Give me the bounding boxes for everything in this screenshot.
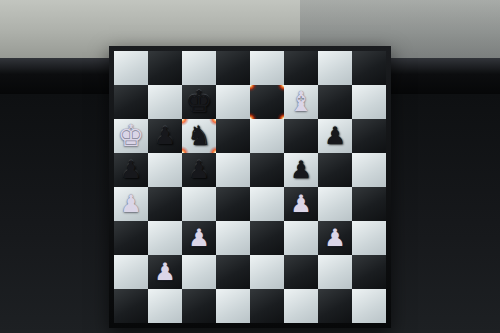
square-h8[interactable] xyxy=(352,51,386,85)
square-e3[interactable] xyxy=(250,221,284,255)
square-a3[interactable] xyxy=(114,221,148,255)
square-h6[interactable] xyxy=(352,119,386,153)
square-f4[interactable]: ♟ xyxy=(284,187,318,221)
square-b6[interactable]: ♟ xyxy=(148,119,182,153)
square-h1[interactable] xyxy=(352,289,386,323)
square-b1[interactable] xyxy=(148,289,182,323)
piece-white-pawn[interactable]: ♟ xyxy=(114,187,148,221)
piece-black-king[interactable]: ♚ xyxy=(182,85,216,119)
square-a7[interactable] xyxy=(114,85,148,119)
square-d6[interactable] xyxy=(216,119,250,153)
square-c4[interactable] xyxy=(182,187,216,221)
square-c5[interactable]: ♟ xyxy=(182,153,216,187)
square-c3[interactable]: ♟ xyxy=(182,221,216,255)
piece-black-pawn[interactable]: ♟ xyxy=(148,119,182,153)
square-a2[interactable] xyxy=(114,255,148,289)
square-f2[interactable] xyxy=(284,255,318,289)
square-h2[interactable] xyxy=(352,255,386,289)
piece-white-pawn[interactable]: ♟ xyxy=(318,221,352,255)
square-g7[interactable] xyxy=(318,85,352,119)
square-e4[interactable] xyxy=(250,187,284,221)
piece-black-pawn[interactable]: ♟ xyxy=(284,153,318,187)
square-e7[interactable] xyxy=(250,85,284,119)
square-f5[interactable]: ♟ xyxy=(284,153,318,187)
square-c8[interactable] xyxy=(182,51,216,85)
square-a6[interactable]: ♚ xyxy=(114,119,148,153)
square-b8[interactable] xyxy=(148,51,182,85)
chess-board: ♚♝♚♟♞♟♟♟♟♟♟♟♟♟ xyxy=(114,51,386,323)
square-b3[interactable] xyxy=(148,221,182,255)
square-f8[interactable] xyxy=(284,51,318,85)
square-a8[interactable] xyxy=(114,51,148,85)
square-c6[interactable]: ♞ xyxy=(182,119,216,153)
square-b5[interactable] xyxy=(148,153,182,187)
square-h3[interactable] xyxy=(352,221,386,255)
square-b7[interactable] xyxy=(148,85,182,119)
square-d8[interactable] xyxy=(216,51,250,85)
square-d7[interactable] xyxy=(216,85,250,119)
square-g2[interactable] xyxy=(318,255,352,289)
square-a1[interactable] xyxy=(114,289,148,323)
piece-white-pawn[interactable]: ♟ xyxy=(284,187,318,221)
square-g5[interactable] xyxy=(318,153,352,187)
square-f1[interactable] xyxy=(284,289,318,323)
square-g4[interactable] xyxy=(318,187,352,221)
piece-black-knight[interactable]: ♞ xyxy=(182,119,216,153)
piece-white-pawn[interactable]: ♟ xyxy=(148,255,182,289)
square-e5[interactable] xyxy=(250,153,284,187)
square-d1[interactable] xyxy=(216,289,250,323)
square-d4[interactable] xyxy=(216,187,250,221)
piece-white-king[interactable]: ♚ xyxy=(114,119,148,153)
square-b4[interactable] xyxy=(148,187,182,221)
board-frame: ♚♝♚♟♞♟♟♟♟♟♟♟♟♟ xyxy=(109,46,391,328)
square-g6[interactable]: ♟ xyxy=(318,119,352,153)
square-e1[interactable] xyxy=(250,289,284,323)
square-f3[interactable] xyxy=(284,221,318,255)
piece-white-bishop[interactable]: ♝ xyxy=(284,85,318,119)
square-f6[interactable] xyxy=(284,119,318,153)
square-h4[interactable] xyxy=(352,187,386,221)
square-g8[interactable] xyxy=(318,51,352,85)
square-c1[interactable] xyxy=(182,289,216,323)
square-c2[interactable] xyxy=(182,255,216,289)
square-a4[interactable]: ♟ xyxy=(114,187,148,221)
square-d2[interactable] xyxy=(216,255,250,289)
square-g1[interactable] xyxy=(318,289,352,323)
piece-black-pawn[interactable]: ♟ xyxy=(114,153,148,187)
piece-white-pawn[interactable]: ♟ xyxy=(182,221,216,255)
square-e8[interactable] xyxy=(250,51,284,85)
square-b2[interactable]: ♟ xyxy=(148,255,182,289)
square-f7[interactable]: ♝ xyxy=(284,85,318,119)
square-e6[interactable] xyxy=(250,119,284,153)
piece-black-pawn[interactable]: ♟ xyxy=(182,153,216,187)
square-e2[interactable] xyxy=(250,255,284,289)
square-h7[interactable] xyxy=(352,85,386,119)
square-a5[interactable]: ♟ xyxy=(114,153,148,187)
scene: ♚♝♚♟♞♟♟♟♟♟♟♟♟♟ xyxy=(0,0,500,333)
square-d3[interactable] xyxy=(216,221,250,255)
square-h5[interactable] xyxy=(352,153,386,187)
square-d5[interactable] xyxy=(216,153,250,187)
square-c7[interactable]: ♚ xyxy=(182,85,216,119)
square-g3[interactable]: ♟ xyxy=(318,221,352,255)
piece-black-pawn[interactable]: ♟ xyxy=(318,119,352,153)
